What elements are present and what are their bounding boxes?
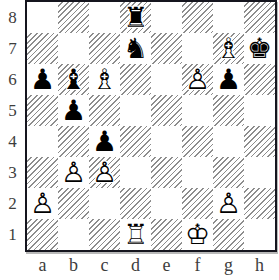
square-g6[interactable]: ♟♟ xyxy=(213,64,244,95)
white-rook-d1[interactable]: ♜♖ xyxy=(120,219,151,250)
square-h4[interactable] xyxy=(244,126,275,157)
square-d2[interactable] xyxy=(120,188,151,219)
square-d5[interactable] xyxy=(120,95,151,126)
rank-labels: 87654321 xyxy=(0,2,25,250)
white-pawn-f6[interactable]: ♟♙ xyxy=(182,64,213,95)
black-pawn-c4[interactable]: ♟♟ xyxy=(89,126,120,157)
square-c7[interactable] xyxy=(89,33,120,64)
white-king-f1[interactable]: ♚♔ xyxy=(182,219,213,250)
square-h2[interactable] xyxy=(244,188,275,219)
piece-glyph: ♙ xyxy=(58,157,89,188)
square-b5[interactable]: ♟♟ xyxy=(58,95,89,126)
file-label-a: a xyxy=(27,253,58,277)
rank-label-2: 2 xyxy=(0,188,25,219)
piece-glyph: ♙ xyxy=(27,188,58,219)
white-bishop-g7[interactable]: ♝♗ xyxy=(213,33,244,64)
chess-board: ♜♜♞♞♝♗♚♚♟♟♝♝♝♗♟♙♟♟♟♟♟♟♟♙♟♙♟♙♟♙♜♖♚♔ xyxy=(25,0,277,252)
file-label-d: d xyxy=(120,253,151,277)
square-c2[interactable] xyxy=(89,188,120,219)
square-g5[interactable] xyxy=(213,95,244,126)
square-c6[interactable]: ♝♗ xyxy=(89,64,120,95)
piece-glyph: ♚ xyxy=(244,33,275,64)
square-e2[interactable] xyxy=(151,188,182,219)
square-f2[interactable] xyxy=(182,188,213,219)
square-c5[interactable] xyxy=(89,95,120,126)
rank-label-8: 8 xyxy=(0,2,25,33)
black-bishop-b6[interactable]: ♝♝ xyxy=(58,64,89,95)
square-d8[interactable]: ♜♜ xyxy=(120,2,151,33)
piece-glyph: ♟ xyxy=(27,64,58,95)
square-d3[interactable] xyxy=(120,157,151,188)
square-b1[interactable] xyxy=(58,219,89,250)
square-c4[interactable]: ♟♟ xyxy=(89,126,120,157)
piece-glyph: ♙ xyxy=(89,157,120,188)
piece-glyph: ♝ xyxy=(58,64,89,95)
square-b6[interactable]: ♝♝ xyxy=(58,64,89,95)
rank-label-1: 1 xyxy=(0,219,25,250)
square-f3[interactable] xyxy=(182,157,213,188)
square-a3[interactable] xyxy=(27,157,58,188)
black-pawn-a6[interactable]: ♟♟ xyxy=(27,64,58,95)
file-label-e: e xyxy=(151,253,182,277)
file-label-b: b xyxy=(58,253,89,277)
piece-glyph: ♟ xyxy=(213,64,244,95)
square-a4[interactable] xyxy=(27,126,58,157)
square-d4[interactable] xyxy=(120,126,151,157)
square-h6[interactable] xyxy=(244,64,275,95)
piece-glyph: ♜ xyxy=(120,2,151,33)
square-c8[interactable] xyxy=(89,2,120,33)
square-d1[interactable]: ♜♖ xyxy=(120,219,151,250)
piece-glyph: ♖ xyxy=(120,219,151,250)
square-a7[interactable] xyxy=(27,33,58,64)
file-label-c: c xyxy=(89,253,120,277)
black-rook-d8[interactable]: ♜♜ xyxy=(120,2,151,33)
square-a1[interactable] xyxy=(27,219,58,250)
square-f7[interactable] xyxy=(182,33,213,64)
square-e5[interactable] xyxy=(151,95,182,126)
square-g1[interactable] xyxy=(213,219,244,250)
rank-label-4: 4 xyxy=(0,126,25,157)
white-pawn-a2[interactable]: ♟♙ xyxy=(27,188,58,219)
rank-label-3: 3 xyxy=(0,157,25,188)
piece-glyph: ♙ xyxy=(213,188,244,219)
square-f4[interactable] xyxy=(182,126,213,157)
square-h5[interactable] xyxy=(244,95,275,126)
chess-diagram: 87654321 ♜♜♞♞♝♗♚♚♟♟♝♝♝♗♟♙♟♟♟♟♟♟♟♙♟♙♟♙♟♙♜… xyxy=(0,0,279,280)
white-bishop-c6[interactable]: ♝♗ xyxy=(89,64,120,95)
white-pawn-c3[interactable]: ♟♙ xyxy=(89,157,120,188)
file-label-g: g xyxy=(213,253,244,277)
square-c3[interactable]: ♟♙ xyxy=(89,157,120,188)
square-e1[interactable] xyxy=(151,219,182,250)
black-pawn-g6[interactable]: ♟♟ xyxy=(213,64,244,95)
piece-glyph: ♟ xyxy=(58,95,89,126)
square-d6[interactable] xyxy=(120,64,151,95)
square-a5[interactable] xyxy=(27,95,58,126)
square-g7[interactable]: ♝♗ xyxy=(213,33,244,64)
square-f6[interactable]: ♟♙ xyxy=(182,64,213,95)
square-b2[interactable] xyxy=(58,188,89,219)
square-h7[interactable]: ♚♚ xyxy=(244,33,275,64)
square-g3[interactable] xyxy=(213,157,244,188)
square-e3[interactable] xyxy=(151,157,182,188)
square-e8[interactable] xyxy=(151,2,182,33)
piece-glyph: ♔ xyxy=(182,219,213,250)
rank-label-6: 6 xyxy=(0,64,25,95)
piece-glyph: ♗ xyxy=(89,64,120,95)
black-pawn-b5[interactable]: ♟♟ xyxy=(58,95,89,126)
file-label-f: f xyxy=(182,253,213,277)
square-h1[interactable] xyxy=(244,219,275,250)
piece-glyph: ♞ xyxy=(120,33,151,64)
square-e4[interactable] xyxy=(151,126,182,157)
square-f8[interactable] xyxy=(182,2,213,33)
square-c1[interactable] xyxy=(89,219,120,250)
piece-glyph: ♗ xyxy=(213,33,244,64)
square-g4[interactable] xyxy=(213,126,244,157)
rank-label-7: 7 xyxy=(0,33,25,64)
square-a6[interactable]: ♟♟ xyxy=(27,64,58,95)
square-b8[interactable] xyxy=(58,2,89,33)
file-label-h: h xyxy=(244,253,275,277)
square-g8[interactable] xyxy=(213,2,244,33)
black-knight-d7[interactable]: ♞♞ xyxy=(120,33,151,64)
square-d7[interactable]: ♞♞ xyxy=(120,33,151,64)
square-b7[interactable] xyxy=(58,33,89,64)
square-f5[interactable] xyxy=(182,95,213,126)
white-pawn-b3[interactable]: ♟♙ xyxy=(58,157,89,188)
black-king-h7[interactable]: ♚♚ xyxy=(244,33,275,64)
square-e7[interactable] xyxy=(151,33,182,64)
piece-glyph: ♙ xyxy=(182,64,213,95)
square-h8[interactable] xyxy=(244,2,275,33)
square-a8[interactable] xyxy=(27,2,58,33)
square-e6[interactable] xyxy=(151,64,182,95)
square-b3[interactable]: ♟♙ xyxy=(58,157,89,188)
file-labels: abcdefgh xyxy=(27,253,275,277)
rank-label-5: 5 xyxy=(0,95,25,126)
white-pawn-g2[interactable]: ♟♙ xyxy=(213,188,244,219)
square-b4[interactable] xyxy=(58,126,89,157)
square-f1[interactable]: ♚♔ xyxy=(182,219,213,250)
square-g2[interactable]: ♟♙ xyxy=(213,188,244,219)
piece-glyph: ♟ xyxy=(89,126,120,157)
square-a2[interactable]: ♟♙ xyxy=(27,188,58,219)
square-h3[interactable] xyxy=(244,157,275,188)
